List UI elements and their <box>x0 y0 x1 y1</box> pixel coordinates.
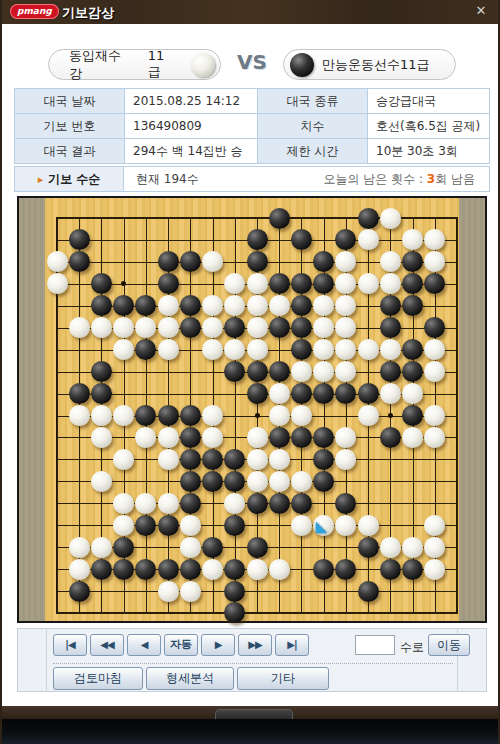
game-info-table: 대국 날짜 2015.08.25 14:12 대국 종류 승강급대국 기보 번호… <box>14 88 490 164</box>
last-move-button[interactable]: ▶| <box>275 634 309 656</box>
white-stone <box>224 493 245 514</box>
white-stone <box>158 317 179 338</box>
black-stone <box>291 383 312 404</box>
controls-inner: |◀ ◀◀ ◀ 자동 ▶ ▶▶ ▶| 수로 이동 검토마침 형세분석 기타 <box>46 629 458 691</box>
black-stone <box>224 559 245 580</box>
white-stone <box>69 317 90 338</box>
white-stone <box>91 405 112 426</box>
white-stone <box>269 449 290 470</box>
black-stone <box>69 581 90 602</box>
black-stone <box>313 449 334 470</box>
black-stone <box>224 581 245 602</box>
white-stone <box>269 295 290 316</box>
info-value: 294수 백 14집반 승 <box>125 139 258 164</box>
black-stone <box>113 559 134 580</box>
black-stone <box>180 471 201 492</box>
white-stone <box>247 317 268 338</box>
white-stone <box>269 471 290 492</box>
black-stone <box>247 361 268 382</box>
black-stone <box>180 317 201 338</box>
fast-next-button[interactable]: ▶▶ <box>238 634 272 656</box>
black-stone <box>291 493 312 514</box>
white-stone <box>158 427 179 448</box>
info-value: 2015.08.25 14:12 <box>125 89 258 114</box>
white-stone <box>380 339 401 360</box>
black-stone <box>69 229 90 250</box>
white-stone <box>247 339 268 360</box>
info-value: 승강급대국 <box>368 89 490 114</box>
black-stone <box>180 295 201 316</box>
info-label: 제한 시간 <box>258 139 368 164</box>
black-stone <box>335 559 356 580</box>
black-stone <box>313 471 334 492</box>
white-stone <box>402 537 423 558</box>
window-title: 기보감상 <box>62 4 114 22</box>
black-stone <box>269 493 290 514</box>
white-stone <box>180 581 201 602</box>
white-stone <box>269 383 290 404</box>
info-value: 호선(흑6.5집 공제) <box>368 114 490 139</box>
move-sequence-label-text: 기보 수순 <box>48 171 100 188</box>
black-stone <box>402 361 423 382</box>
white-stone <box>113 515 134 536</box>
white-stone <box>358 339 379 360</box>
white-stone <box>247 449 268 470</box>
black-stone <box>335 493 356 514</box>
table-row: 기보 번호 136490809 치수 호선(흑6.5집 공제) <box>15 114 490 139</box>
white-stone <box>402 427 423 448</box>
remaining-count: 3 <box>427 172 435 186</box>
white-stone <box>91 427 112 448</box>
white-stone <box>91 317 112 338</box>
black-stone <box>269 208 290 229</box>
white-stone <box>424 515 445 536</box>
black-stone <box>358 208 379 229</box>
black-stone <box>158 251 179 272</box>
white-stone <box>291 361 312 382</box>
black-stone <box>247 383 268 404</box>
black-stone <box>313 427 334 448</box>
close-icon[interactable]: ✕ <box>472 3 490 19</box>
white-stone <box>380 208 401 229</box>
white-stone <box>247 471 268 492</box>
white-stone <box>135 493 156 514</box>
prev-move-button[interactable]: ◀ <box>127 634 161 656</box>
white-stone <box>358 273 379 294</box>
black-stone <box>291 339 312 360</box>
title-bar: pmang 기보감상 ✕ <box>2 0 498 24</box>
board-right-margin <box>459 198 485 621</box>
next-move-button[interactable]: ▶ <box>201 634 235 656</box>
info-value: 10분 30초 3회 <box>368 139 490 164</box>
black-stone <box>291 317 312 338</box>
white-stone <box>202 339 223 360</box>
black-stone <box>380 427 401 448</box>
white-stone <box>402 383 423 404</box>
white-stone <box>202 559 223 580</box>
black-player-pill: 만능운동선수11급 <box>283 49 456 80</box>
white-stone <box>69 405 90 426</box>
white-stone <box>180 537 201 558</box>
white-player-pill: 동입재수강 11급 <box>48 49 221 80</box>
remaining-suffix: 회 남음 <box>435 172 475 186</box>
white-stone <box>180 515 201 536</box>
vs-label: VS <box>230 50 274 74</box>
white-stone <box>91 537 112 558</box>
white-stone <box>313 515 334 536</box>
info-label: 대국 날짜 <box>15 89 125 114</box>
white-stone <box>291 405 312 426</box>
white-stone-icon <box>191 53 215 77</box>
white-stone <box>380 383 401 404</box>
white-stone <box>202 427 223 448</box>
move-number-input[interactable] <box>355 635 395 655</box>
remaining-views: 오늘의 남은 횟수 : 3회 남음 <box>324 171 476 188</box>
black-stone <box>180 449 201 470</box>
white-stone <box>380 537 401 558</box>
white-stone <box>113 493 134 514</box>
black-stone <box>135 515 156 536</box>
black-stone <box>202 537 223 558</box>
black-stone <box>313 383 334 404</box>
white-stone <box>247 273 268 294</box>
black-stone <box>180 405 201 426</box>
taskbar-strip <box>2 719 498 744</box>
black-stone <box>180 493 201 514</box>
fast-prev-button[interactable]: ◀◀ <box>90 634 124 656</box>
white-stone <box>91 471 112 492</box>
black-stone <box>402 559 423 580</box>
divider <box>53 663 453 664</box>
go-to-move-button[interactable]: 이동 <box>428 634 470 656</box>
white-stone <box>69 537 90 558</box>
remaining-prefix: 오늘의 남은 횟수 : <box>324 172 427 186</box>
white-stone <box>247 427 268 448</box>
black-stone <box>158 515 179 536</box>
black-stone <box>269 427 290 448</box>
black-stone <box>202 449 223 470</box>
hoshi-point <box>255 413 260 418</box>
black-stone <box>224 515 245 536</box>
white-stone <box>380 273 401 294</box>
black-stone <box>380 559 401 580</box>
black-stone <box>180 559 201 580</box>
board-left-margin <box>19 198 45 621</box>
white-stone <box>424 427 445 448</box>
white-stone <box>47 273 68 294</box>
black-stone <box>247 229 268 250</box>
black-stone <box>380 317 401 338</box>
black-stone <box>291 427 312 448</box>
white-stone <box>69 559 90 580</box>
black-stone <box>224 602 245 623</box>
white-stone <box>158 493 179 514</box>
move-sequence-label: ▸ 기보 수순 <box>15 167 124 191</box>
black-stone <box>91 559 112 580</box>
controls-panel: |◀ ◀◀ ◀ 자동 ▶ ▶▶ ▶| 수로 이동 검토마침 형세분석 기타 <box>17 628 487 692</box>
black-stone <box>91 383 112 404</box>
black-stone <box>358 537 379 558</box>
hoshi-point <box>388 413 393 418</box>
black-stone <box>380 295 401 316</box>
go-board[interactable] <box>17 196 487 623</box>
black-stone <box>358 581 379 602</box>
white-stone <box>358 229 379 250</box>
black-stone <box>269 273 290 294</box>
black-player-name: 만능운동선수11급 <box>322 56 430 74</box>
end-review-button[interactable]: 검토마침 <box>53 667 143 690</box>
white-stone <box>202 405 223 426</box>
black-stone <box>158 273 179 294</box>
white-stone <box>424 559 445 580</box>
black-stone <box>247 537 268 558</box>
info-label: 대국 결과 <box>15 139 125 164</box>
black-stone <box>358 383 379 404</box>
white-stone <box>247 295 268 316</box>
black-stone <box>402 405 423 426</box>
current-move-count: 현재 194수 <box>136 171 199 188</box>
black-stone <box>380 361 401 382</box>
white-player-rank: 11급 <box>148 48 177 81</box>
black-stone <box>91 361 112 382</box>
white-stone <box>113 449 134 470</box>
first-move-button[interactable]: |◀ <box>53 634 87 656</box>
black-stone <box>224 471 245 492</box>
white-stone <box>291 515 312 536</box>
move-sequence-row: ▸ 기보 수순 현재 194수 오늘의 남은 횟수 : 3회 남음 <box>14 166 490 192</box>
white-stone <box>158 449 179 470</box>
info-label: 치수 <box>258 114 368 139</box>
pmang-logo-icon: pmang <box>10 4 59 19</box>
black-stone <box>202 471 223 492</box>
black-stone <box>247 493 268 514</box>
white-stone <box>158 339 179 360</box>
white-stone <box>158 295 179 316</box>
arrow-icon: ▸ <box>38 173 44 186</box>
etc-button[interactable]: 기타 <box>237 667 329 690</box>
table-row: 대국 결과 294수 백 14집반 승 제한 시간 10분 30초 3회 <box>15 139 490 164</box>
auto-play-button[interactable]: 자동 <box>164 634 198 656</box>
white-stone <box>247 559 268 580</box>
white-stone <box>269 405 290 426</box>
white-stone <box>291 471 312 492</box>
black-stone <box>113 537 134 558</box>
black-stone <box>69 383 90 404</box>
white-stone <box>335 515 356 536</box>
black-stone <box>180 427 201 448</box>
white-player-name: 동입재수강 <box>69 47 134 83</box>
white-stone <box>47 251 68 272</box>
white-stone <box>158 581 179 602</box>
black-stone <box>135 559 156 580</box>
info-label: 기보 번호 <box>15 114 125 139</box>
shape-analysis-button[interactable]: 형세분석 <box>146 667 234 690</box>
black-stone <box>158 405 179 426</box>
move-number-label: 수로 <box>400 639 424 656</box>
info-label: 대국 종류 <box>258 89 368 114</box>
black-stone <box>313 559 334 580</box>
black-stone <box>269 361 290 382</box>
white-stone <box>269 559 290 580</box>
info-value: 136490809 <box>125 114 258 139</box>
white-stone <box>358 405 379 426</box>
table-row: 대국 날짜 2015.08.25 14:12 대국 종류 승강급대국 <box>15 89 490 114</box>
black-stone <box>247 251 268 272</box>
black-stone <box>224 449 245 470</box>
game-record-window: pmang 기보감상 ✕ 동입재수강 11급 VS 만능운동선수11급 대국 날… <box>0 0 500 744</box>
black-stone <box>158 559 179 580</box>
black-stone <box>69 251 90 272</box>
white-stone <box>358 515 379 536</box>
white-stone <box>424 537 445 558</box>
black-stone <box>269 317 290 338</box>
black-stone <box>402 339 423 360</box>
black-stone-icon <box>290 53 314 77</box>
last-move-marker <box>316 522 327 533</box>
